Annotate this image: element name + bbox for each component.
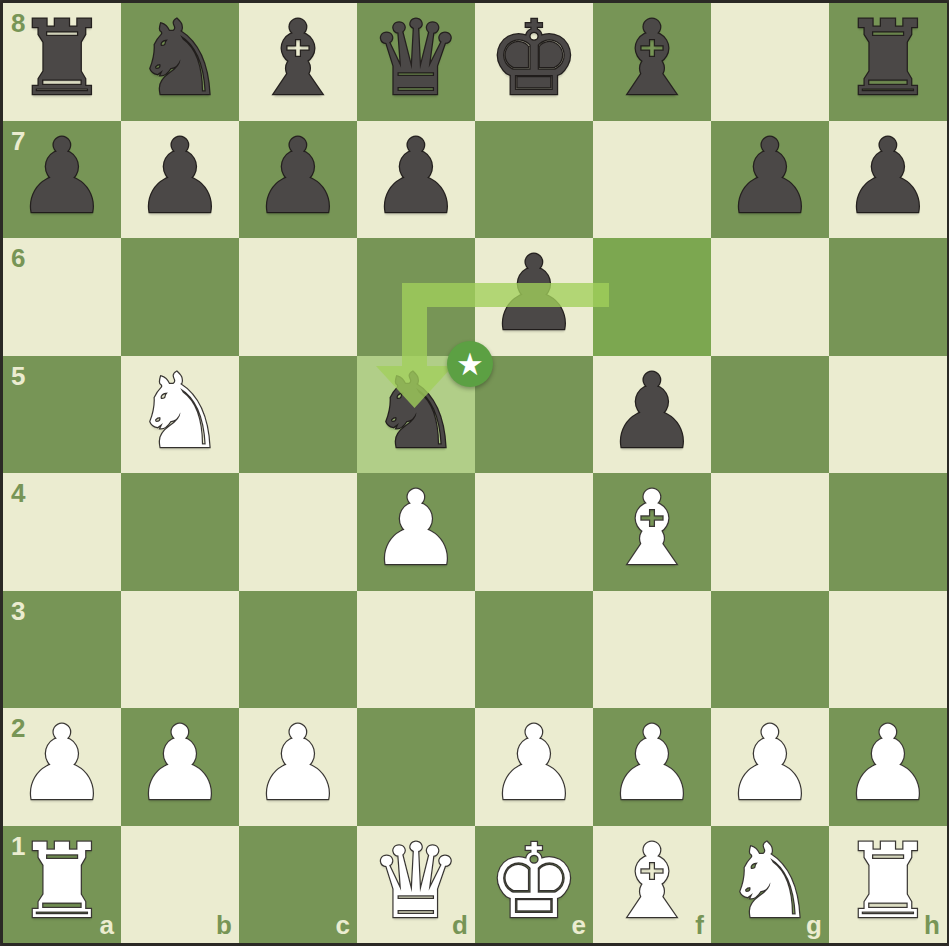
best-move-badge: ★	[447, 341, 493, 387]
square-h3[interactable]	[829, 591, 947, 709]
square-d4[interactable]: ♟	[357, 473, 475, 591]
piece-black-bishop-c8[interactable]: ♝	[239, 0, 357, 118]
square-e2[interactable]: ♟	[475, 708, 593, 826]
file-label-c: c	[336, 912, 350, 938]
square-c7[interactable]: ♟	[239, 121, 357, 239]
square-b8[interactable]: ♞	[121, 3, 239, 121]
square-b6[interactable]	[121, 238, 239, 356]
piece-black-rook-h8[interactable]: ♜	[829, 0, 947, 118]
square-e7[interactable]	[475, 121, 593, 239]
rank-label-8: 8	[11, 10, 25, 36]
piece-black-pawn-e6[interactable]: ♟	[475, 235, 593, 353]
square-h8[interactable]: ♜	[829, 3, 947, 121]
piece-white-pawn-d4[interactable]: ♟	[357, 470, 475, 588]
rank-label-2: 2	[11, 715, 25, 741]
square-e4[interactable]	[475, 473, 593, 591]
square-c8[interactable]: ♝	[239, 3, 357, 121]
board-grid: 8♜♞♝♛♚♝♜7♟♟♟♟♟♟6♟5♞♞♟4♟♝32♟♟♟♟♟♟♟1a♜bcd♛…	[3, 3, 947, 943]
chess-board: 8♜♞♝♛♚♝♜7♟♟♟♟♟♟6♟5♞♞♟4♟♝32♟♟♟♟♟♟♟1a♜bcd♛…	[0, 0, 949, 946]
piece-black-king-e8[interactable]: ♚	[475, 0, 593, 118]
file-label-h: h	[924, 912, 940, 938]
square-d7[interactable]: ♟	[357, 121, 475, 239]
file-label-f: f	[695, 912, 704, 938]
square-a5[interactable]: 5	[3, 356, 121, 474]
piece-black-pawn-b7[interactable]: ♟	[121, 118, 239, 236]
square-g1[interactable]: g♞	[711, 826, 829, 944]
rank-label-5: 5	[11, 363, 25, 389]
square-d3[interactable]	[357, 591, 475, 709]
file-label-a: a	[100, 912, 114, 938]
piece-white-bishop-f1[interactable]: ♝	[593, 823, 711, 941]
square-f8[interactable]: ♝	[593, 3, 711, 121]
file-label-g: g	[806, 912, 822, 938]
square-c3[interactable]	[239, 591, 357, 709]
square-d1[interactable]: d♛	[357, 826, 475, 944]
rank-label-7: 7	[11, 128, 25, 154]
file-label-d: d	[452, 912, 468, 938]
piece-black-pawn-c7[interactable]: ♟	[239, 118, 357, 236]
piece-white-pawn-c2[interactable]: ♟	[239, 705, 357, 823]
square-g6[interactable]	[711, 238, 829, 356]
piece-white-knight-b5[interactable]: ♞	[121, 353, 239, 471]
piece-black-knight-b8[interactable]: ♞	[121, 0, 239, 118]
square-b2[interactable]: ♟	[121, 708, 239, 826]
square-f6[interactable]	[593, 238, 711, 356]
piece-white-pawn-g2[interactable]: ♟	[711, 705, 829, 823]
square-a7[interactable]: 7♟	[3, 121, 121, 239]
square-c6[interactable]	[239, 238, 357, 356]
square-f2[interactable]: ♟	[593, 708, 711, 826]
square-f7[interactable]	[593, 121, 711, 239]
square-b1[interactable]: b	[121, 826, 239, 944]
square-a8[interactable]: 8♜	[3, 3, 121, 121]
square-h4[interactable]	[829, 473, 947, 591]
rank-label-6: 6	[11, 245, 25, 271]
square-g8[interactable]	[711, 3, 829, 121]
piece-white-pawn-e2[interactable]: ♟	[475, 705, 593, 823]
file-label-b: b	[216, 912, 232, 938]
square-d8[interactable]: ♛	[357, 3, 475, 121]
square-e1[interactable]: e♚	[475, 826, 593, 944]
piece-black-bishop-f8[interactable]: ♝	[593, 0, 711, 118]
square-h5[interactable]	[829, 356, 947, 474]
piece-black-pawn-d7[interactable]: ♟	[357, 118, 475, 236]
square-e5[interactable]	[475, 356, 593, 474]
piece-black-pawn-f5[interactable]: ♟	[593, 353, 711, 471]
square-a3[interactable]: 3	[3, 591, 121, 709]
file-label-e: e	[572, 912, 586, 938]
rank-label-3: 3	[11, 598, 25, 624]
square-h2[interactable]: ♟	[829, 708, 947, 826]
square-e3[interactable]	[475, 591, 593, 709]
square-g2[interactable]: ♟	[711, 708, 829, 826]
rank-label-4: 4	[11, 480, 25, 506]
square-e6[interactable]: ♟	[475, 238, 593, 356]
square-b7[interactable]: ♟	[121, 121, 239, 239]
square-f4[interactable]: ♝	[593, 473, 711, 591]
square-h6[interactable]	[829, 238, 947, 356]
move-highlight-f6	[593, 238, 711, 356]
square-d2[interactable]	[357, 708, 475, 826]
piece-black-pawn-h7[interactable]: ♟	[829, 118, 947, 236]
square-g4[interactable]	[711, 473, 829, 591]
square-a2[interactable]: 2♟	[3, 708, 121, 826]
square-g7[interactable]: ♟	[711, 121, 829, 239]
square-a1[interactable]: 1a♜	[3, 826, 121, 944]
square-c4[interactable]	[239, 473, 357, 591]
square-a4[interactable]: 4	[3, 473, 121, 591]
piece-white-bishop-f4[interactable]: ♝	[593, 470, 711, 588]
square-b4[interactable]	[121, 473, 239, 591]
rank-label-1: 1	[11, 833, 25, 859]
square-h7[interactable]: ♟	[829, 121, 947, 239]
square-f1[interactable]: f♝	[593, 826, 711, 944]
square-f3[interactable]	[593, 591, 711, 709]
square-c1[interactable]: c	[239, 826, 357, 944]
piece-black-queen-d8[interactable]: ♛	[357, 0, 475, 118]
square-e8[interactable]: ♚	[475, 3, 593, 121]
square-a6[interactable]: 6	[3, 238, 121, 356]
square-d6[interactable]	[357, 238, 475, 356]
square-b3[interactable]	[121, 591, 239, 709]
piece-white-pawn-b2[interactable]: ♟	[121, 705, 239, 823]
square-b5[interactable]: ♞	[121, 356, 239, 474]
piece-black-pawn-g7[interactable]: ♟	[711, 118, 829, 236]
square-h1[interactable]: h♜	[829, 826, 947, 944]
piece-white-pawn-f2[interactable]: ♟	[593, 705, 711, 823]
square-f5[interactable]: ♟	[593, 356, 711, 474]
square-g5[interactable]	[711, 356, 829, 474]
square-g3[interactable]	[711, 591, 829, 709]
piece-white-pawn-h2[interactable]: ♟	[829, 705, 947, 823]
star-icon: ★	[456, 349, 484, 380]
square-c5[interactable]	[239, 356, 357, 474]
square-c2[interactable]: ♟	[239, 708, 357, 826]
